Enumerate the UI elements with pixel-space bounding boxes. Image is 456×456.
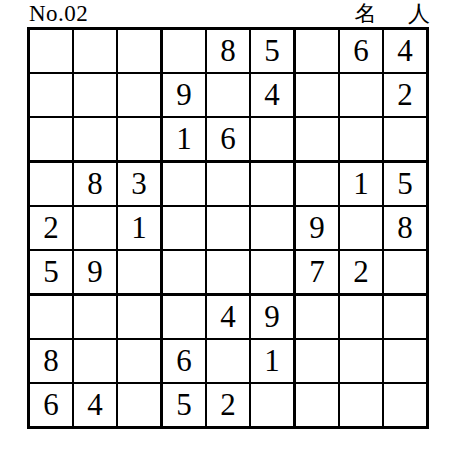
sudoku-cell xyxy=(163,251,207,296)
sudoku-cell xyxy=(296,163,340,207)
sudoku-cell xyxy=(118,251,163,296)
sudoku-cell: 8 xyxy=(30,340,74,384)
sudoku-cell xyxy=(74,118,118,163)
sudoku-cell: 1 xyxy=(163,118,207,163)
sudoku-cell xyxy=(118,74,163,118)
sudoku-cell: 2 xyxy=(384,74,426,118)
sudoku-cell xyxy=(251,384,296,426)
sudoku-cell xyxy=(340,118,384,163)
sudoku-cell xyxy=(251,163,296,207)
sudoku-cell xyxy=(340,207,384,251)
sudoku-cell xyxy=(207,207,251,251)
sudoku-page: No.02 名 人 856494216831521985972498616452 xyxy=(0,0,456,456)
sudoku-cell xyxy=(207,74,251,118)
sudoku-cell xyxy=(296,296,340,340)
sudoku-cell xyxy=(384,118,426,163)
header: No.02 名 人 xyxy=(29,0,430,27)
sudoku-cell xyxy=(384,296,426,340)
sudoku-cell xyxy=(251,207,296,251)
sudoku-cell: 2 xyxy=(340,251,384,296)
sudoku-cell xyxy=(74,30,118,74)
sudoku-cell xyxy=(74,74,118,118)
sudoku-cell xyxy=(30,296,74,340)
sudoku-cell xyxy=(296,30,340,74)
sudoku-cell: 5 xyxy=(251,30,296,74)
sudoku-cell: 6 xyxy=(30,384,74,426)
sudoku-cell xyxy=(340,296,384,340)
sudoku-cell: 9 xyxy=(251,296,296,340)
sudoku-cell xyxy=(296,340,340,384)
sudoku-cell: 5 xyxy=(163,384,207,426)
sudoku-cell xyxy=(118,118,163,163)
sudoku-cell xyxy=(118,384,163,426)
sudoku-cell: 3 xyxy=(118,163,163,207)
sudoku-cell xyxy=(118,30,163,74)
sudoku-cell xyxy=(30,163,74,207)
sudoku-cell xyxy=(296,118,340,163)
sudoku-cell: 4 xyxy=(384,30,426,74)
sudoku-cell xyxy=(251,251,296,296)
sudoku-cell: 6 xyxy=(207,118,251,163)
sudoku-cell: 6 xyxy=(163,340,207,384)
sudoku-cell: 2 xyxy=(30,207,74,251)
sudoku-cell xyxy=(163,296,207,340)
sudoku-cell: 4 xyxy=(74,384,118,426)
sudoku-cell xyxy=(207,340,251,384)
sudoku-cell xyxy=(118,340,163,384)
sudoku-cell xyxy=(251,118,296,163)
sudoku-cell xyxy=(384,340,426,384)
sudoku-cell xyxy=(207,163,251,207)
sudoku-cell xyxy=(74,296,118,340)
sudoku-cell: 9 xyxy=(296,207,340,251)
sudoku-cell xyxy=(207,251,251,296)
sudoku-cell: 4 xyxy=(207,296,251,340)
sudoku-cell: 8 xyxy=(384,207,426,251)
sudoku-cell: 8 xyxy=(74,163,118,207)
sudoku-cell xyxy=(163,30,207,74)
sudoku-cell: 1 xyxy=(118,207,163,251)
sudoku-cell: 7 xyxy=(296,251,340,296)
sudoku-cell xyxy=(163,163,207,207)
sudoku-cell: 9 xyxy=(74,251,118,296)
sudoku-cell xyxy=(340,74,384,118)
sudoku-board: 856494216831521985972498616452 xyxy=(27,27,429,429)
sudoku-cell xyxy=(30,118,74,163)
sudoku-cell: 9 xyxy=(163,74,207,118)
sudoku-cell xyxy=(163,207,207,251)
sudoku-cell: 2 xyxy=(207,384,251,426)
sudoku-cell xyxy=(384,384,426,426)
sudoku-cell xyxy=(384,251,426,296)
sudoku-cell: 1 xyxy=(340,163,384,207)
sudoku-cell: 1 xyxy=(251,340,296,384)
sudoku-cell xyxy=(296,384,340,426)
sudoku-cell: 5 xyxy=(384,163,426,207)
rank-label: 名 人 xyxy=(355,1,431,27)
sudoku-cell: 5 xyxy=(30,251,74,296)
sudoku-cell: 8 xyxy=(207,30,251,74)
puzzle-number: No.02 xyxy=(29,1,88,27)
sudoku-cell xyxy=(340,340,384,384)
sudoku-cell: 4 xyxy=(251,74,296,118)
sudoku-cell xyxy=(118,296,163,340)
sudoku-cell xyxy=(30,74,74,118)
sudoku-cell: 6 xyxy=(340,30,384,74)
sudoku-cell xyxy=(74,207,118,251)
sudoku-cell xyxy=(74,340,118,384)
sudoku-cell xyxy=(296,74,340,118)
sudoku-cell xyxy=(30,30,74,74)
sudoku-cell xyxy=(340,384,384,426)
